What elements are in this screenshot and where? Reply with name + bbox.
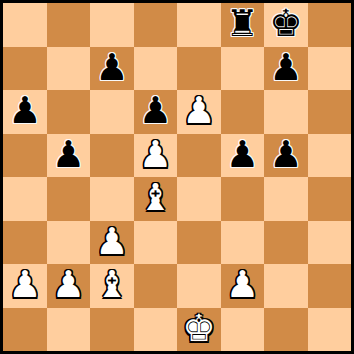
white-pawn-piece: ♟ xyxy=(139,134,172,176)
square-b1[interactable] xyxy=(47,308,91,352)
white-bishop-piece: ♝ xyxy=(139,177,172,219)
square-g6[interactable] xyxy=(264,90,308,134)
square-h3[interactable] xyxy=(308,221,352,265)
white-bishop-piece: ♝ xyxy=(95,264,128,306)
square-c5[interactable] xyxy=(90,134,134,178)
square-f4[interactable] xyxy=(221,177,265,221)
black-pawn-piece: ♟ xyxy=(52,134,85,176)
square-f8[interactable]: ♜ xyxy=(221,3,265,47)
square-h1[interactable] xyxy=(308,308,352,352)
square-a4[interactable] xyxy=(3,177,47,221)
square-a5[interactable] xyxy=(3,134,47,178)
square-c7[interactable]: ♟ xyxy=(90,47,134,91)
square-e6[interactable]: ♟ xyxy=(177,90,221,134)
square-h2[interactable] xyxy=(308,264,352,308)
chess-board-frame: ♜♚♟♟♟♟♟♟♟♟♟♝♟♟♟♝♟♚ xyxy=(0,0,354,354)
square-e7[interactable] xyxy=(177,47,221,91)
square-c4[interactable] xyxy=(90,177,134,221)
square-h6[interactable] xyxy=(308,90,352,134)
square-e2[interactable] xyxy=(177,264,221,308)
square-a2[interactable]: ♟ xyxy=(3,264,47,308)
square-g4[interactable] xyxy=(264,177,308,221)
square-g7[interactable]: ♟ xyxy=(264,47,308,91)
square-h4[interactable] xyxy=(308,177,352,221)
square-e4[interactable] xyxy=(177,177,221,221)
square-b4[interactable] xyxy=(47,177,91,221)
black-pawn-piece: ♟ xyxy=(269,47,302,89)
square-d2[interactable] xyxy=(134,264,178,308)
square-c8[interactable] xyxy=(90,3,134,47)
square-b7[interactable] xyxy=(47,47,91,91)
square-a6[interactable]: ♟ xyxy=(3,90,47,134)
square-b6[interactable] xyxy=(47,90,91,134)
square-b2[interactable]: ♟ xyxy=(47,264,91,308)
square-f1[interactable] xyxy=(221,308,265,352)
square-f7[interactable] xyxy=(221,47,265,91)
square-f6[interactable] xyxy=(221,90,265,134)
square-h5[interactable] xyxy=(308,134,352,178)
square-b5[interactable]: ♟ xyxy=(47,134,91,178)
chess-board: ♜♚♟♟♟♟♟♟♟♟♟♝♟♟♟♝♟♚ xyxy=(3,3,351,351)
black-rook-piece: ♜ xyxy=(226,3,259,45)
square-f3[interactable] xyxy=(221,221,265,265)
black-pawn-piece: ♟ xyxy=(139,90,172,132)
square-d5[interactable]: ♟ xyxy=(134,134,178,178)
white-pawn-piece: ♟ xyxy=(52,264,85,306)
square-g2[interactable] xyxy=(264,264,308,308)
square-h8[interactable] xyxy=(308,3,352,47)
square-b3[interactable] xyxy=(47,221,91,265)
square-d7[interactable] xyxy=(134,47,178,91)
square-d3[interactable] xyxy=(134,221,178,265)
square-a8[interactable] xyxy=(3,3,47,47)
black-pawn-piece: ♟ xyxy=(95,47,128,89)
square-d4[interactable]: ♝ xyxy=(134,177,178,221)
square-f5[interactable]: ♟ xyxy=(221,134,265,178)
square-h7[interactable] xyxy=(308,47,352,91)
white-pawn-piece: ♟ xyxy=(95,221,128,263)
square-c2[interactable]: ♝ xyxy=(90,264,134,308)
square-d6[interactable]: ♟ xyxy=(134,90,178,134)
square-a7[interactable] xyxy=(3,47,47,91)
black-pawn-piece: ♟ xyxy=(226,134,259,176)
square-e1[interactable]: ♚ xyxy=(177,308,221,352)
square-a1[interactable] xyxy=(3,308,47,352)
white-king-piece: ♚ xyxy=(182,308,215,350)
white-pawn-piece: ♟ xyxy=(226,264,259,306)
square-g3[interactable] xyxy=(264,221,308,265)
square-d8[interactable] xyxy=(134,3,178,47)
square-c6[interactable] xyxy=(90,90,134,134)
square-e5[interactable] xyxy=(177,134,221,178)
square-f2[interactable]: ♟ xyxy=(221,264,265,308)
square-c3[interactable]: ♟ xyxy=(90,221,134,265)
square-a3[interactable] xyxy=(3,221,47,265)
square-g5[interactable]: ♟ xyxy=(264,134,308,178)
square-e8[interactable] xyxy=(177,3,221,47)
square-b8[interactable] xyxy=(47,3,91,47)
square-g8[interactable]: ♚ xyxy=(264,3,308,47)
white-pawn-piece: ♟ xyxy=(8,264,41,306)
square-d1[interactable] xyxy=(134,308,178,352)
square-g1[interactable] xyxy=(264,308,308,352)
black-pawn-piece: ♟ xyxy=(8,90,41,132)
black-king-piece: ♚ xyxy=(269,3,302,45)
square-e3[interactable] xyxy=(177,221,221,265)
white-pawn-piece: ♟ xyxy=(182,90,215,132)
square-c1[interactable] xyxy=(90,308,134,352)
black-pawn-piece: ♟ xyxy=(269,134,302,176)
